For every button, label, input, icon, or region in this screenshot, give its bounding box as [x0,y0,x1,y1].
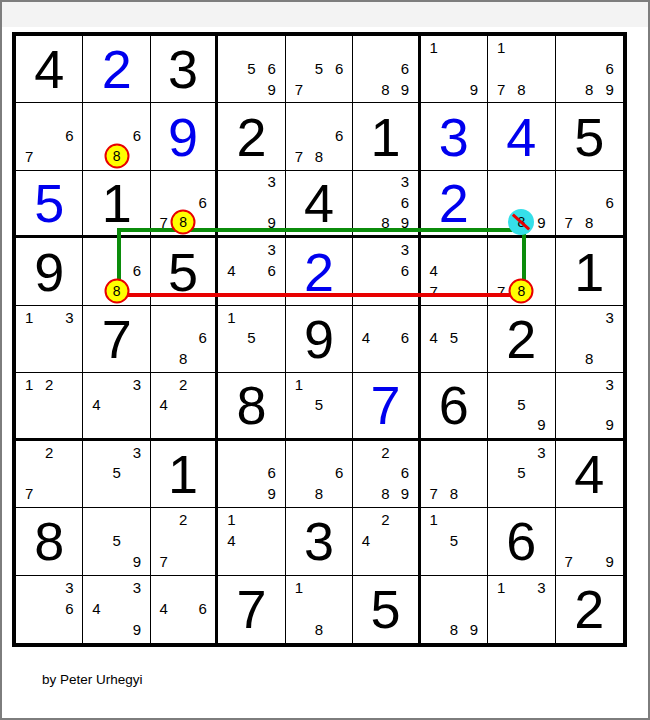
pencil-marks: 567 [289,37,349,99]
candidate-9: 9 [395,79,414,100]
pencil-marks: 13 [491,577,551,640]
candidate-7: 7 [559,551,579,572]
cell-r4c2[interactable]: 68 [83,238,150,305]
pencil-marks: 34 [86,374,146,434]
candidate-6: 6 [262,462,282,483]
pencil-marks: 38 [559,307,620,369]
cell-r5c3[interactable]: 68 [151,306,218,373]
cell-r1c3[interactable]: 3 [151,36,218,103]
given-digit: 5 [151,238,215,304]
given-digit: 3 [286,508,352,574]
cell-r6c5[interactable]: 15 [286,373,353,440]
cell-r9c2[interactable]: 349 [83,576,150,643]
candidate-5: 5 [444,328,464,349]
candidate-6: 6 [59,125,79,146]
cell-r8c9[interactable]: 79 [556,508,623,575]
candidate-5: 5 [309,58,329,79]
cell-r2c4[interactable]: 2 [218,103,285,170]
solved-digit: 7 [353,373,417,437]
pencil-marks: 18 [289,577,349,640]
cell-r4c7[interactable]: 47 [421,238,488,305]
candidate-3: 3 [531,577,551,598]
solved-digit: 5 [16,171,82,235]
pencil-marks: 67 [19,104,79,166]
cell-r6c7[interactable]: 6 [421,373,488,440]
candidate-4: 4 [221,530,241,551]
candidate-2: 2 [376,442,395,463]
cell-r4c3[interactable]: 5 [151,238,218,305]
solved-digit: 4 [488,103,554,169]
cell-r7c2[interactable]: 35 [83,441,150,508]
candidate-8: 8 [511,79,531,100]
app-window: 4235695676891917868967689267813455167839… [0,0,650,720]
candidate-8: 8 [107,146,127,167]
candidate-9: 9 [600,551,620,572]
cell-r4c6[interactable]: 36 [353,238,420,305]
cell-r5c8[interactable]: 2 [488,306,555,373]
candidate-3: 3 [600,307,620,328]
candidate-4: 4 [356,328,375,349]
candidate-3: 3 [600,374,620,394]
pencil-marks: 46 [356,307,414,369]
candidate-7: 7 [559,212,579,232]
pencil-marks: 15 [289,374,349,434]
candidate-4: 4 [356,530,375,551]
pencil-marks: 39 [559,374,620,434]
candidate-9: 9 [600,79,620,100]
cell-r7c3[interactable]: 1 [151,441,218,508]
cell-r9c3[interactable]: 46 [151,576,218,643]
cell-r3c6[interactable]: 3689 [353,171,420,238]
candidate-1: 1 [424,37,444,58]
author-credit: by Peter Urhegyi [42,672,143,687]
candidate-2: 2 [376,509,395,530]
given-digit: 9 [286,306,352,372]
cell-r3c8[interactable]: 89 [488,171,555,238]
candidate-8: 8 [511,212,531,232]
cell-r8c3[interactable]: 27 [151,508,218,575]
candidate-3: 3 [127,442,147,463]
candidate-5: 5 [511,462,531,483]
cell-r1c5[interactable]: 567 [286,36,353,103]
pencil-marks: 678 [154,172,212,232]
pencil-marks: 59 [86,509,146,571]
candidate-9: 9 [262,212,282,232]
cell-r8c4[interactable]: 14 [218,508,285,575]
candidate-6: 6 [262,260,282,281]
pencil-marks: 689 [356,37,414,99]
pencil-marks: 36 [356,239,414,301]
title-strip [2,2,648,27]
pencil-marks: 68 [289,442,349,504]
cell-r8c2[interactable]: 59 [83,508,150,575]
candidate-8: 8 [579,79,599,100]
candidate-8: 8 [309,483,329,504]
given-digit: 8 [16,508,82,574]
candidate-8: 8 [173,212,192,232]
candidate-3: 3 [262,172,282,192]
cell-r8c8[interactable]: 6 [488,508,555,575]
candidate-9: 9 [395,212,414,232]
candidate-3: 3 [395,172,414,192]
candidate-9: 9 [531,415,551,435]
candidate-3: 3 [395,239,414,260]
cell-r8c1[interactable]: 8 [16,508,83,575]
pencil-marks: 19 [424,37,484,99]
candidate-5: 5 [241,58,261,79]
cell-r6c3[interactable]: 24 [151,373,218,440]
pencil-marks: 79 [559,509,620,571]
given-digit: 1 [83,171,149,235]
candidate-7: 7 [19,483,39,504]
candidate-3: 3 [531,442,551,463]
cell-r3c5[interactable]: 4 [286,171,353,238]
candidate-5: 5 [444,530,464,551]
candidate-6: 6 [600,192,620,212]
cell-r2c9[interactable]: 5 [556,103,623,170]
candidate-1: 1 [491,577,511,598]
candidate-2: 2 [39,442,59,463]
candidate-5: 5 [107,462,127,483]
cell-r5c7[interactable]: 45 [421,306,488,373]
pencil-marks: 13 [19,307,79,369]
given-digit: 5 [353,576,417,643]
cell-r1c2[interactable]: 2 [83,36,150,103]
cell-r6c2[interactable]: 34 [83,373,150,440]
candidate-4: 4 [424,260,444,281]
candidate-1: 1 [19,374,39,394]
given-digit: 2 [488,306,554,372]
candidate-9: 9 [464,619,484,640]
given-digit: 9 [16,238,82,304]
cell-r2c6[interactable]: 1 [353,103,420,170]
pencil-marks: 78 [491,239,551,301]
candidate-8: 8 [309,619,329,640]
cell-r2c2[interactable]: 68 [83,103,150,170]
cell-r2c7[interactable]: 3 [421,103,488,170]
candidate-1: 1 [289,577,309,598]
pencil-marks: 346 [221,239,281,301]
candidate-6: 6 [127,125,147,146]
candidate-7: 7 [19,146,39,167]
given-digit: 2 [218,103,284,169]
cell-r8c7[interactable]: 15 [421,508,488,575]
given-digit: 6 [421,373,487,437]
candidate-6: 6 [395,58,414,79]
cell-r4c4[interactable]: 346 [218,238,285,305]
candidate-2: 2 [173,374,192,394]
pencil-marks: 3689 [356,172,414,232]
candidate-8: 8 [376,79,395,100]
candidate-7: 7 [424,483,444,504]
pencil-marks: 68 [86,239,146,301]
pencil-marks: 35 [491,442,551,504]
cell-r1c4[interactable]: 569 [218,36,285,103]
candidate-2: 2 [173,509,192,530]
cell-r3c3[interactable]: 678 [151,171,218,238]
candidate-4: 4 [424,328,444,349]
candidate-8: 8 [444,619,464,640]
pencil-marks: 45 [424,307,484,369]
cell-r4c8[interactable]: 78 [488,238,555,305]
cell-r1c8[interactable]: 178 [488,36,555,103]
candidate-6: 6 [193,598,212,619]
pencil-marks: 39 [221,172,281,232]
candidate-1: 1 [221,307,241,328]
given-digit: 1 [556,238,623,304]
candidate-3: 3 [59,577,79,598]
candidate-6: 6 [395,260,414,281]
pencil-marks: 689 [559,37,620,99]
cell-r5c1[interactable]: 13 [16,306,83,373]
candidate-6: 6 [600,58,620,79]
given-digit: 4 [16,36,82,102]
candidate-6: 6 [127,260,147,281]
pencil-marks: 89 [491,172,551,232]
pencil-marks: 349 [86,577,146,640]
candidate-4: 4 [86,598,106,619]
candidate-6: 6 [193,328,212,349]
candidate-4: 4 [154,598,173,619]
pencil-marks: 12 [19,374,79,434]
candidate-6: 6 [395,328,414,349]
pencil-marks: 15 [221,307,281,369]
candidate-6: 6 [59,598,79,619]
cell-r5c9[interactable]: 38 [556,306,623,373]
cell-r7c7[interactable]: 78 [421,441,488,508]
candidate-6: 6 [395,192,414,212]
given-digit: 6 [488,508,554,574]
candidate-3: 3 [127,577,147,598]
given-digit: 1 [353,103,417,169]
pencil-marks: 36 [19,577,79,640]
cell-r4c5[interactable]: 2 [286,238,353,305]
candidate-2: 2 [39,374,59,394]
candidate-6: 6 [193,192,212,212]
candidate-7: 7 [424,281,444,302]
sudoku-board[interactable]: 4235695676891917868967689267813455167839… [12,32,627,647]
cell-r7c1[interactable]: 27 [16,441,83,508]
cell-r3c2[interactable]: 1 [83,171,150,238]
cell-r8c6[interactable]: 24 [353,508,420,575]
pencil-marks: 2689 [356,442,414,504]
solved-digit: 2 [83,36,149,102]
cell-r6c1[interactable]: 12 [16,373,83,440]
pencil-marks: 27 [19,442,79,504]
given-digit: 7 [83,306,149,372]
cell-r1c7[interactable]: 19 [421,36,488,103]
given-digit: 4 [556,441,623,507]
pencil-marks: 24 [356,509,414,571]
candidate-5: 5 [107,530,127,551]
candidate-3: 3 [59,307,79,328]
candidate-9: 9 [262,483,282,504]
candidate-9: 9 [395,483,414,504]
given-digit: 2 [556,576,623,643]
pencil-marks: 27 [154,509,212,571]
candidate-7: 7 [154,551,173,572]
candidate-8: 8 [444,483,464,504]
cell-r5c5[interactable]: 9 [286,306,353,373]
pencil-marks: 678 [559,172,620,232]
candidate-7: 7 [289,79,309,100]
candidate-5: 5 [241,328,261,349]
candidate-9: 9 [127,619,147,640]
cell-r9c1[interactable]: 36 [16,576,83,643]
cell-r9c7[interactable]: 89 [421,576,488,643]
given-digit: 1 [151,441,215,507]
cell-r2c3[interactable]: 9 [151,103,218,170]
candidate-9: 9 [600,415,620,435]
pencil-marks: 47 [424,239,484,301]
candidate-8: 8 [376,212,395,232]
candidate-5: 5 [511,394,531,414]
solved-digit: 9 [151,103,215,169]
cell-r2c5[interactable]: 678 [286,103,353,170]
candidate-3: 3 [262,239,282,260]
cell-r5c2[interactable]: 7 [83,306,150,373]
cell-r7c6[interactable]: 2689 [353,441,420,508]
cell-r6c8[interactable]: 59 [488,373,555,440]
pencil-marks: 68 [86,104,146,166]
cell-r2c1[interactable]: 67 [16,103,83,170]
given-digit: 8 [218,373,284,437]
cell-r6c6[interactable]: 7 [353,373,420,440]
candidate-6: 6 [395,462,414,483]
cell-r9c4[interactable]: 7 [218,576,285,643]
candidate-8: 8 [579,348,599,369]
candidate-9: 9 [262,79,282,100]
candidate-4: 4 [154,394,173,414]
solved-digit: 3 [421,103,487,169]
pencil-marks: 59 [491,374,551,434]
pencil-marks: 14 [221,509,281,571]
cell-r4c9[interactable]: 1 [556,238,623,305]
solved-digit: 2 [421,171,487,235]
candidate-8: 8 [309,146,329,167]
cell-r3c4[interactable]: 39 [218,171,285,238]
cell-r1c6[interactable]: 689 [353,36,420,103]
pencil-marks: 89 [424,577,484,640]
cell-r8c5[interactable]: 3 [286,508,353,575]
cell-r7c9[interactable]: 4 [556,441,623,508]
cell-r3c7[interactable]: 2 [421,171,488,238]
candidate-8: 8 [376,483,395,504]
pencil-marks: 678 [289,104,349,166]
candidate-8: 8 [579,212,599,232]
candidate-7: 7 [289,146,309,167]
cell-r9c6[interactable]: 5 [353,576,420,643]
pencil-marks: 569 [221,37,281,99]
candidate-6: 6 [329,125,349,146]
candidate-7: 7 [491,79,511,100]
candidate-4: 4 [221,260,241,281]
cell-r5c6[interactable]: 46 [353,306,420,373]
cell-r5c4[interactable]: 15 [218,306,285,373]
cell-r7c5[interactable]: 68 [286,441,353,508]
cell-r9c9[interactable]: 2 [556,576,623,643]
candidate-8: 8 [107,281,127,302]
cell-r4c1[interactable]: 9 [16,238,83,305]
cell-r3c9[interactable]: 678 [556,171,623,238]
candidate-6: 6 [262,58,282,79]
pencil-marks: 69 [221,442,281,504]
cell-r7c4[interactable]: 69 [218,441,285,508]
candidate-9: 9 [531,212,551,232]
candidate-9: 9 [127,551,147,572]
pencil-marks: 15 [424,509,484,571]
given-digit: 7 [218,576,284,643]
solved-digit: 2 [286,238,352,304]
candidate-1: 1 [289,374,309,394]
candidate-6: 6 [329,462,349,483]
candidate-8: 8 [511,281,531,302]
cell-r6c9[interactable]: 39 [556,373,623,440]
cell-r3c1[interactable]: 5 [16,171,83,238]
pencil-marks: 24 [154,374,212,434]
pencil-marks: 68 [154,307,212,369]
candidate-6: 6 [329,58,349,79]
candidate-1: 1 [221,509,241,530]
cell-r7c8[interactable]: 35 [488,441,555,508]
pencil-marks: 35 [86,442,146,504]
candidate-4: 4 [86,394,106,414]
given-digit: 5 [556,103,623,169]
candidate-1: 1 [19,307,39,328]
cell-r9c5[interactable]: 18 [286,576,353,643]
candidate-9: 9 [464,79,484,100]
cell-r9c8[interactable]: 13 [488,576,555,643]
pencil-marks: 46 [154,577,212,640]
candidate-3: 3 [127,374,147,394]
cell-r1c1[interactable]: 4 [16,36,83,103]
given-digit: 4 [286,171,352,235]
candidate-1: 1 [424,509,444,530]
candidate-8: 8 [173,348,192,369]
cell-r2c8[interactable]: 4 [488,103,555,170]
given-digit: 3 [151,36,215,102]
candidate-1: 1 [491,37,511,58]
candidate-5: 5 [309,394,329,414]
cell-r6c4[interactable]: 8 [218,373,285,440]
pencil-marks: 78 [424,442,484,504]
pencil-marks: 178 [491,37,551,99]
cell-r1c9[interactable]: 689 [556,36,623,103]
